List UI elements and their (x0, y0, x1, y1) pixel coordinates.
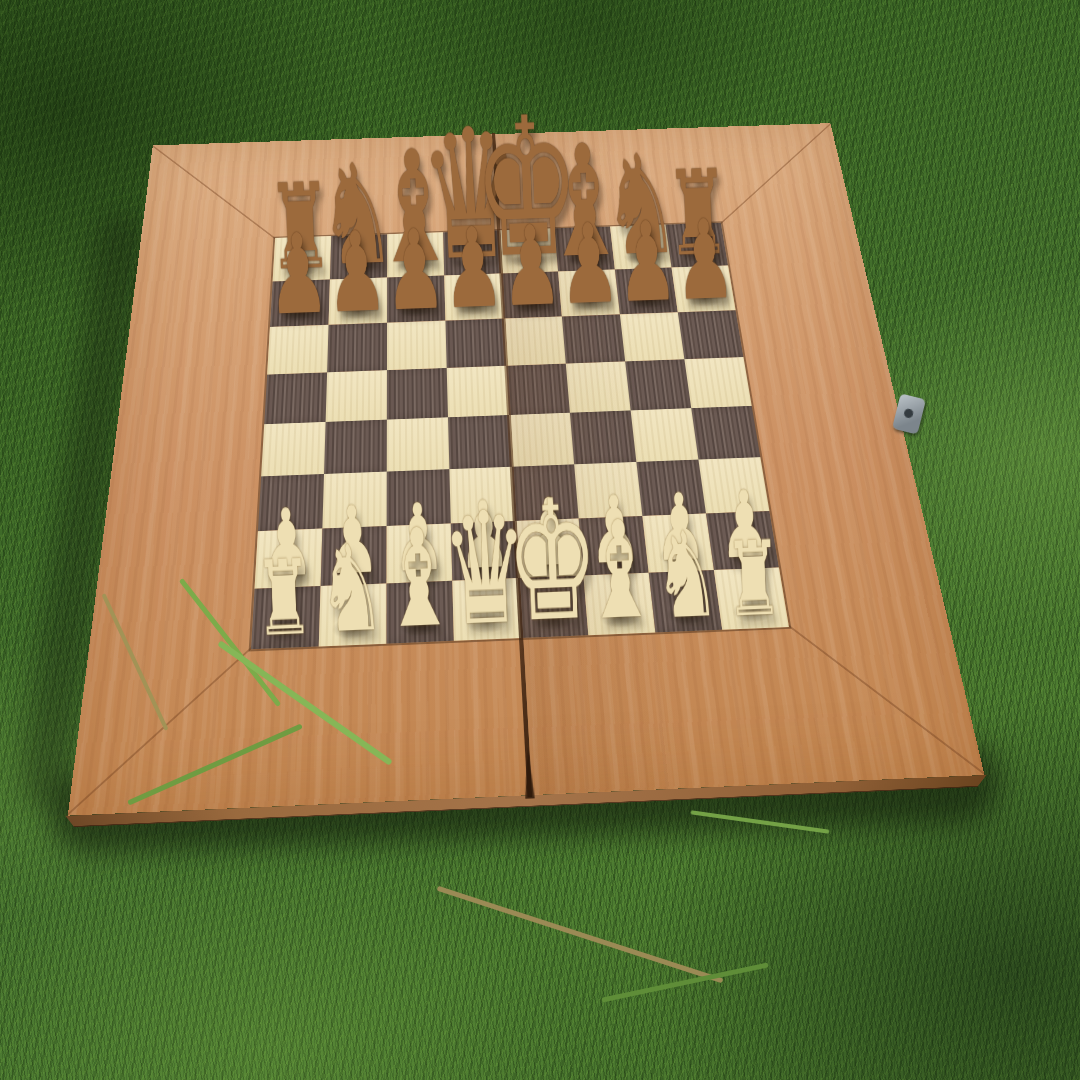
piece-white-rook-a1[interactable]: ♜ (253, 553, 314, 644)
piece-black-pawn-c7[interactable]: ♟ (382, 224, 447, 319)
square-d7[interactable]: ♟ (444, 273, 503, 320)
piece-white-rook-h1[interactable]: ♜ (723, 535, 783, 625)
square-a4[interactable] (261, 422, 325, 476)
square-c7[interactable]: ♟ (387, 275, 445, 322)
square-g7[interactable]: ♟ (615, 267, 678, 314)
piece-black-pawn-d7[interactable]: ♟ (440, 222, 504, 317)
board-frame: ♜♞♝♛♚♝♞♜♟♟♟♟♟♟♟♟♟♟♟♟♟♟♟♟♜♞♝♛♚♝♞♜ (68, 123, 985, 815)
square-e7[interactable]: ♟ (501, 271, 562, 318)
square-g1[interactable]: ♞ (649, 570, 723, 632)
miter-joint-line (152, 146, 278, 241)
photo-scene: ♜♞♝♛♚♝♞♜♟♟♟♟♟♟♟♟♟♟♟♟♟♟♟♟♜♞♝♛♚♝♞♜ (0, 0, 1080, 1080)
square-a5[interactable] (264, 372, 327, 424)
square-b1[interactable]: ♞ (319, 583, 387, 646)
square-b6[interactable] (327, 323, 387, 373)
square-d5[interactable] (447, 366, 509, 418)
square-b5[interactable] (326, 370, 387, 422)
piece-black-pawn-g7[interactable]: ♟ (615, 216, 679, 311)
piece-white-knight-b1[interactable]: ♞ (316, 537, 386, 641)
square-b4[interactable] (324, 420, 387, 474)
square-a1[interactable]: ♜ (251, 586, 321, 649)
piece-black-pawn-b7[interactable]: ♟ (324, 226, 389, 322)
square-c5[interactable] (387, 368, 448, 420)
square-c4[interactable] (387, 417, 450, 471)
square-d4[interactable] (448, 415, 512, 469)
square-e1[interactable]: ♚ (518, 575, 588, 638)
piece-white-knight-g1[interactable]: ♞ (652, 524, 721, 627)
piece-black-pawn-a7[interactable]: ♟ (265, 228, 330, 324)
piece-black-pawn-f7[interactable]: ♟ (557, 218, 621, 313)
piece-black-pawn-e7[interactable]: ♟ (499, 220, 563, 315)
square-b7[interactable]: ♟ (329, 277, 388, 324)
square-a7[interactable]: ♟ (270, 279, 330, 326)
piece-black-pawn-h7[interactable]: ♟ (672, 214, 736, 309)
square-d6[interactable] (445, 318, 506, 367)
square-h7[interactable]: ♟ (672, 265, 736, 312)
chess-board: ♜♞♝♛♚♝♞♜♟♟♟♟♟♟♟♟♟♟♟♟♟♟♟♟♜♞♝♛♚♝♞♜ (68, 123, 985, 815)
square-c6[interactable] (387, 321, 447, 370)
square-f7[interactable]: ♟ (558, 269, 620, 316)
square-a6[interactable] (267, 325, 328, 375)
piece-white-king-e1[interactable]: ♚ (503, 490, 600, 634)
